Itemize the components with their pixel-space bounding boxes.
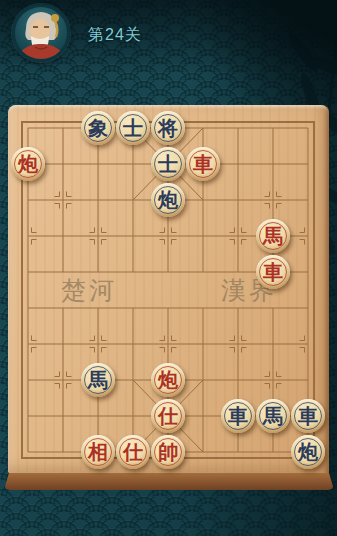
piece-character: 車 bbox=[298, 406, 318, 426]
app-root: 第24关 楚河 漢界 象士将炮士車炮馬車馬炮仕車馬車相仕帥炮 bbox=[0, 0, 337, 536]
piece-red-chariot[interactable]: 車 bbox=[256, 255, 290, 289]
piece-black-chariot[interactable]: 車 bbox=[221, 399, 255, 433]
piece-black-cannon[interactable]: 炮 bbox=[291, 435, 325, 469]
header: 第24关 bbox=[0, 0, 337, 70]
piece-red-horse[interactable]: 馬 bbox=[256, 219, 290, 253]
piece-character: 炮 bbox=[298, 442, 318, 462]
piece-character: 車 bbox=[263, 262, 283, 282]
piece-character: 馬 bbox=[263, 226, 283, 246]
piece-character: 帥 bbox=[158, 442, 178, 462]
piece-red-chariot[interactable]: 車 bbox=[186, 147, 220, 181]
piece-character: 相 bbox=[88, 442, 108, 462]
piece-character: 炮 bbox=[18, 154, 38, 174]
piece-red-advisor[interactable]: 仕 bbox=[116, 435, 150, 469]
piece-character: 仕 bbox=[158, 406, 178, 426]
piece-character: 車 bbox=[193, 154, 213, 174]
elder-avatar-image bbox=[15, 7, 67, 59]
piece-black-cannon[interactable]: 炮 bbox=[151, 183, 185, 217]
xiangqi-board[interactable]: 楚河 漢界 象士将炮士車炮馬車馬炮仕車馬車相仕帥炮 bbox=[8, 105, 329, 473]
river-text-left: 楚河 bbox=[61, 277, 117, 304]
piece-black-general[interactable]: 将 bbox=[151, 111, 185, 145]
piece-black-horse[interactable]: 馬 bbox=[81, 363, 115, 397]
piece-character: 馬 bbox=[263, 406, 283, 426]
piece-character: 車 bbox=[228, 406, 248, 426]
piece-character: 馬 bbox=[88, 370, 108, 390]
level-label: 第24关 bbox=[88, 25, 142, 46]
piece-character: 仕 bbox=[123, 442, 143, 462]
piece-red-general[interactable]: 帥 bbox=[151, 435, 185, 469]
piece-character: 士 bbox=[158, 154, 178, 174]
piece-red-cannon[interactable]: 炮 bbox=[151, 363, 185, 397]
piece-red-cannon[interactable]: 炮 bbox=[11, 147, 45, 181]
piece-black-advisor[interactable]: 士 bbox=[116, 111, 150, 145]
piece-black-horse[interactable]: 馬 bbox=[256, 399, 290, 433]
piece-character: 士 bbox=[123, 118, 143, 138]
piece-character: 象 bbox=[88, 118, 108, 138]
piece-red-elephant[interactable]: 相 bbox=[81, 435, 115, 469]
piece-black-elephant[interactable]: 象 bbox=[81, 111, 115, 145]
player-avatar[interactable] bbox=[12, 4, 70, 62]
piece-character: 炮 bbox=[158, 190, 178, 210]
piece-red-advisor[interactable]: 仕 bbox=[151, 399, 185, 433]
piece-black-advisor[interactable]: 士 bbox=[151, 147, 185, 181]
board-edge-bevel bbox=[4, 472, 334, 490]
piece-black-chariot[interactable]: 車 bbox=[291, 399, 325, 433]
piece-character: 将 bbox=[158, 118, 178, 138]
piece-character: 炮 bbox=[158, 370, 178, 390]
